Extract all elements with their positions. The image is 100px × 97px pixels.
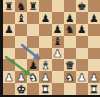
piece-black-bishop[interactable]: ♝ [16, 12, 25, 23]
square-b5[interactable] [15, 36, 27, 48]
square-a8[interactable]: ♜ [3, 0, 15, 12]
square-f7[interactable]: ♟ [64, 12, 76, 24]
square-d8[interactable] [39, 0, 51, 12]
piece-black-king[interactable]: ♚ [77, 0, 86, 11]
square-c3[interactable]: ♟ [27, 59, 39, 71]
piece-black-pawn[interactable]: ♟ [89, 12, 98, 23]
piece-black-pawn[interactable]: ♟ [4, 24, 13, 35]
square-b6[interactable] [15, 24, 27, 36]
square-e4[interactable]: ♟ [52, 48, 64, 60]
square-b1[interactable]: ♚ [15, 83, 27, 95]
square-g6[interactable]: ♟ [76, 24, 88, 36]
square-d4[interactable] [39, 48, 51, 60]
square-e1[interactable] [52, 83, 64, 95]
piece-black-rook[interactable]: ♜ [29, 0, 38, 11]
square-c4[interactable] [27, 48, 39, 60]
square-c7[interactable] [27, 12, 39, 24]
piece-black-pawn[interactable]: ♟ [29, 60, 38, 71]
piece-white-knight[interactable]: ♞ [65, 71, 74, 82]
square-e7[interactable] [52, 12, 64, 24]
piece-white-pawn[interactable]: ♟ [4, 71, 13, 82]
square-h6[interactable] [88, 24, 100, 36]
square-c6[interactable] [27, 24, 39, 36]
piece-white-pawn[interactable]: ♟ [53, 48, 62, 59]
chess-board[interactable]: ♜♞♜♚♝♟♟♟♟♟♞♟♝♟♟♝♛♟♟♞♟♞♟♟♚♜♜ [3, 0, 100, 95]
square-g8[interactable]: ♚ [76, 0, 88, 12]
square-e5[interactable]: ♝ [52, 36, 64, 48]
piece-white-pawn[interactable]: ♟ [16, 71, 25, 82]
square-c2[interactable]: ♞ [27, 71, 39, 83]
square-g5[interactable] [76, 36, 88, 48]
piece-black-knight[interactable]: ♞ [65, 24, 74, 35]
square-b4[interactable] [15, 48, 27, 60]
piece-black-pawn[interactable]: ♟ [77, 24, 86, 35]
square-d2[interactable]: ♟ [39, 71, 51, 83]
square-c1[interactable] [27, 83, 39, 95]
square-c5[interactable] [27, 36, 39, 48]
square-a2[interactable]: ♟ [3, 71, 15, 83]
square-a1[interactable] [3, 83, 15, 95]
square-f8[interactable] [64, 0, 76, 12]
square-d7[interactable]: ♟ [39, 12, 51, 24]
piece-black-bishop[interactable]: ♝ [53, 36, 62, 47]
square-a5[interactable] [3, 36, 15, 48]
piece-black-knight[interactable]: ♞ [16, 0, 25, 11]
piece-white-rook[interactable]: ♜ [41, 83, 50, 94]
piece-white-pawn[interactable]: ♟ [77, 71, 86, 82]
square-f5[interactable] [64, 36, 76, 48]
square-h3[interactable] [88, 59, 100, 71]
piece-white-king[interactable]: ♚ [16, 83, 25, 94]
square-h4[interactable] [88, 48, 100, 60]
square-g3[interactable] [76, 59, 88, 71]
square-d6[interactable] [39, 24, 51, 36]
square-h2[interactable]: ♟ [88, 71, 100, 83]
square-d1[interactable]: ♜ [39, 83, 51, 95]
square-h1[interactable]: ♜ [88, 83, 100, 95]
piece-white-queen[interactable]: ♛ [65, 60, 74, 71]
square-g2[interactable]: ♟ [76, 71, 88, 83]
square-g1[interactable] [76, 83, 88, 95]
square-d5[interactable] [39, 36, 51, 48]
piece-black-pawn[interactable]: ♟ [41, 12, 50, 23]
square-e8[interactable] [52, 0, 64, 12]
square-h5[interactable] [88, 36, 100, 48]
square-a7[interactable] [3, 12, 15, 24]
piece-white-pawn[interactable]: ♟ [41, 71, 50, 82]
square-a6[interactable]: ♟ [3, 24, 15, 36]
square-c8[interactable]: ♜ [27, 0, 39, 12]
square-e3[interactable] [52, 59, 64, 71]
square-h7[interactable]: ♟ [88, 12, 100, 24]
square-b3[interactable] [15, 59, 27, 71]
piece-black-pawn[interactable]: ♟ [53, 24, 62, 35]
piece-white-knight[interactable]: ♞ [29, 71, 38, 82]
square-b8[interactable]: ♞ [15, 0, 27, 12]
piece-black-rook[interactable]: ♜ [4, 0, 13, 11]
square-f2[interactable]: ♞ [64, 71, 76, 83]
piece-white-pawn[interactable]: ♟ [89, 71, 98, 82]
square-a3[interactable] [3, 59, 15, 71]
board-container: ♜♞♜♚♝♟♟♟♟♟♞♟♝♟♟♝♛♟♟♞♟♞♟♟♚♜♜ [0, 0, 100, 97]
square-d3[interactable]: ♝ [39, 59, 51, 71]
square-f6[interactable]: ♞ [64, 24, 76, 36]
square-g4[interactable] [76, 48, 88, 60]
square-h8[interactable] [88, 0, 100, 12]
piece-white-bishop[interactable]: ♝ [41, 60, 50, 71]
square-a4[interactable] [3, 48, 15, 60]
square-f3[interactable]: ♛ [64, 59, 76, 71]
piece-white-rook[interactable]: ♜ [89, 83, 98, 94]
square-b2[interactable]: ♟ [15, 71, 27, 83]
square-e2[interactable] [52, 71, 64, 83]
square-f1[interactable] [64, 83, 76, 95]
square-b7[interactable]: ♝ [15, 12, 27, 24]
square-e6[interactable]: ♟ [52, 24, 64, 36]
square-g7[interactable] [76, 12, 88, 24]
square-f4[interactable] [64, 48, 76, 60]
piece-black-pawn[interactable]: ♟ [65, 12, 74, 23]
